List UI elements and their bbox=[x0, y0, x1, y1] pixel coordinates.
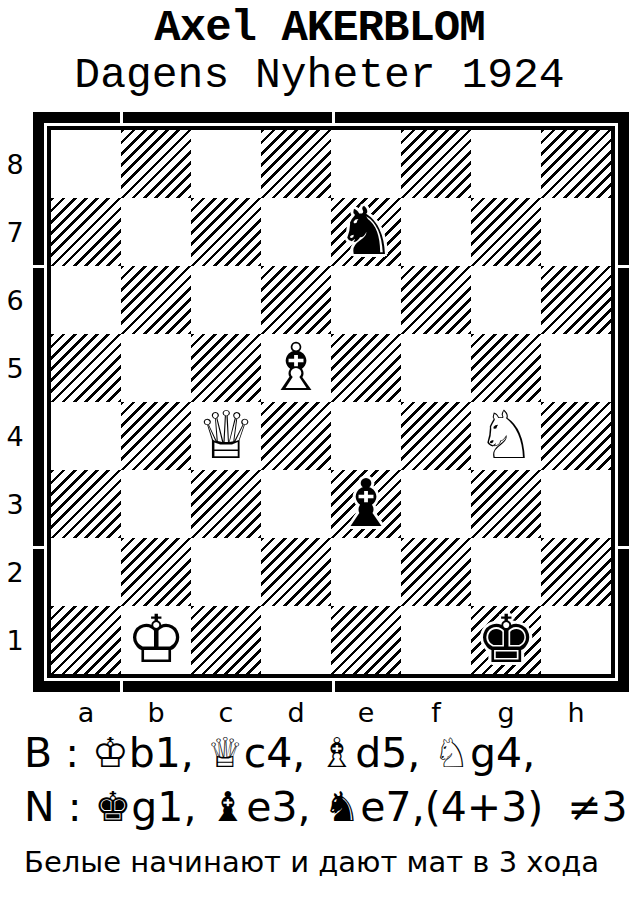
square-c2 bbox=[191, 538, 261, 606]
square-d5: ♗ bbox=[261, 334, 331, 402]
black-pieces-line: N : ♚g1, ♝e3, ♞e7,(4+3)≠3 bbox=[24, 780, 624, 834]
square-b4 bbox=[121, 402, 191, 470]
square-e8 bbox=[331, 130, 401, 198]
square-d7 bbox=[261, 198, 331, 266]
frame-tick bbox=[618, 265, 629, 268]
square-f7 bbox=[401, 198, 471, 266]
square-e1 bbox=[331, 606, 401, 674]
rank-label-8: 8 bbox=[0, 130, 30, 198]
problem-caption: Белые начинают и дают мат в 3 хода bbox=[24, 844, 624, 880]
square-b8 bbox=[121, 130, 191, 198]
file-label-b: b bbox=[121, 696, 191, 728]
rank-label-5: 5 bbox=[0, 334, 30, 402]
square-c5 bbox=[191, 334, 261, 402]
square-g4: ♘ bbox=[471, 402, 541, 470]
square-d8 bbox=[261, 130, 331, 198]
square-g8 bbox=[471, 130, 541, 198]
square-d2 bbox=[261, 538, 331, 606]
square-g5 bbox=[471, 334, 541, 402]
rank-label-1: 1 bbox=[0, 606, 30, 674]
file-label-d: d bbox=[261, 696, 331, 728]
square-f5 bbox=[401, 334, 471, 402]
rank-label-2: 2 bbox=[0, 538, 30, 606]
problem-source-subtitle: Dagens Nyheter 1924 bbox=[0, 52, 639, 100]
white-pieces-text: B : ♔b1, ♕c4, ♗d5, ♘g4, bbox=[24, 729, 535, 777]
square-h8 bbox=[541, 130, 611, 198]
square-a1 bbox=[51, 606, 121, 674]
file-label-c: c bbox=[191, 696, 261, 728]
rank-label-4: 4 bbox=[0, 402, 30, 470]
white-queen-c4-piece: ♕ bbox=[196, 402, 255, 470]
black-king-g1-piece: ♚ bbox=[476, 606, 535, 674]
square-a7 bbox=[51, 198, 121, 266]
frame-tick bbox=[618, 546, 629, 549]
board-frame: ♞♗♕♘♝♔♚ bbox=[33, 112, 629, 692]
square-f3 bbox=[401, 470, 471, 538]
square-e2 bbox=[331, 538, 401, 606]
square-d1 bbox=[261, 606, 331, 674]
square-e5 bbox=[331, 334, 401, 402]
rank-label-7: 7 bbox=[0, 198, 30, 266]
square-f8 bbox=[401, 130, 471, 198]
square-e6 bbox=[331, 266, 401, 334]
square-e4 bbox=[331, 402, 401, 470]
black-bishop-e3-piece: ♝ bbox=[336, 470, 395, 538]
square-b7 bbox=[121, 198, 191, 266]
square-c8 bbox=[191, 130, 261, 198]
square-c6 bbox=[191, 266, 261, 334]
file-label-e: e bbox=[331, 696, 401, 728]
frame-tick bbox=[332, 681, 335, 692]
square-g2 bbox=[471, 538, 541, 606]
board-grid: ♞♗♕♘♝♔♚ bbox=[51, 130, 611, 674]
rank-label-3: 3 bbox=[0, 470, 30, 538]
square-b3 bbox=[121, 470, 191, 538]
square-g6 bbox=[471, 266, 541, 334]
black-knight-e7-piece: ♞ bbox=[336, 198, 395, 266]
square-g7 bbox=[471, 198, 541, 266]
square-b2 bbox=[121, 538, 191, 606]
square-a6 bbox=[51, 266, 121, 334]
square-c1 bbox=[191, 606, 261, 674]
board-inner-border: ♞♗♕♘♝♔♚ bbox=[47, 126, 615, 678]
frame-tick bbox=[120, 681, 123, 692]
square-f1 bbox=[401, 606, 471, 674]
square-a2 bbox=[51, 538, 121, 606]
square-g3 bbox=[471, 470, 541, 538]
square-h7 bbox=[541, 198, 611, 266]
square-h5 bbox=[541, 334, 611, 402]
square-b6 bbox=[121, 266, 191, 334]
square-h6 bbox=[541, 266, 611, 334]
square-f6 bbox=[401, 266, 471, 334]
square-a4 bbox=[51, 402, 121, 470]
frame-tick bbox=[33, 546, 44, 549]
file-label-h: h bbox=[541, 696, 611, 728]
square-c4: ♕ bbox=[191, 402, 261, 470]
chess-problem-page: Axel AKERBLOM Dagens Nyheter 1924 876543… bbox=[0, 0, 639, 901]
white-king-b1-piece: ♔ bbox=[126, 606, 185, 674]
black-pieces-text: N : ♚g1, ♝e3, ♞e7,(4+3) bbox=[24, 783, 543, 831]
file-label-f: f bbox=[401, 696, 471, 728]
frame-tick bbox=[120, 112, 123, 123]
white-bishop-d5-piece: ♗ bbox=[266, 334, 325, 402]
square-h1 bbox=[541, 606, 611, 674]
square-a5 bbox=[51, 334, 121, 402]
square-e3: ♝ bbox=[331, 470, 401, 538]
square-d6 bbox=[261, 266, 331, 334]
file-label-a: a bbox=[51, 696, 121, 728]
rank-labels: 87654321 bbox=[0, 130, 30, 674]
square-h4 bbox=[541, 402, 611, 470]
square-f2 bbox=[401, 538, 471, 606]
square-c3 bbox=[191, 470, 261, 538]
square-d3 bbox=[261, 470, 331, 538]
square-h2 bbox=[541, 538, 611, 606]
square-h3 bbox=[541, 470, 611, 538]
square-c7 bbox=[191, 198, 261, 266]
rank-label-6: 6 bbox=[0, 266, 30, 334]
square-g1: ♚ bbox=[471, 606, 541, 674]
square-b5 bbox=[121, 334, 191, 402]
frame-tick bbox=[332, 112, 335, 123]
file-label-g: g bbox=[471, 696, 541, 728]
chess-board: ♞♗♕♘♝♔♚ bbox=[33, 112, 629, 692]
stipulation-symbol: ≠3 bbox=[567, 783, 627, 831]
square-a3 bbox=[51, 470, 121, 538]
square-b1: ♔ bbox=[121, 606, 191, 674]
white-knight-g4-piece: ♘ bbox=[476, 402, 535, 470]
problem-author-title: Axel AKERBLOM bbox=[0, 4, 639, 52]
square-d4 bbox=[261, 402, 331, 470]
white-pieces-line: B : ♔b1, ♕c4, ♗d5, ♘g4, bbox=[24, 726, 624, 780]
square-a8 bbox=[51, 130, 121, 198]
file-labels: abcdefgh bbox=[51, 696, 611, 728]
square-f4 bbox=[401, 402, 471, 470]
frame-tick bbox=[33, 265, 44, 268]
square-e7: ♞ bbox=[331, 198, 401, 266]
